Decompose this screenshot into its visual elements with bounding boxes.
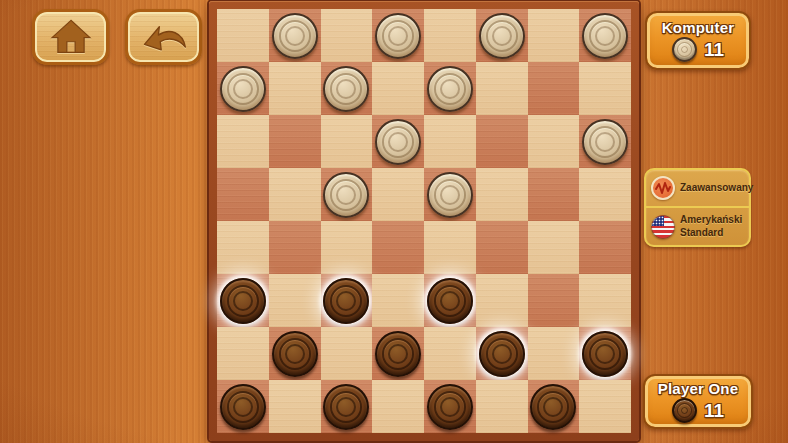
board [209,1,639,441]
cell-r2c7[interactable] [579,115,631,168]
difficulty-label: Zaawansowany [680,182,753,195]
cell-r2c2[interactable] [321,115,373,168]
cell-r4c0[interactable] [217,221,269,274]
undo-arrow-icon [138,15,190,60]
cell-r4c4[interactable] [424,221,476,274]
cell-r7c1[interactable] [269,380,321,433]
cell-r6c7[interactable] [579,327,631,380]
difficulty-pulse-icon [651,176,675,200]
game-screen: Komputer 11 Zaawansowany Amerykański Sta… [0,0,788,443]
variant-label: Amerykański Standard [680,214,744,239]
cell-r5c3[interactable] [372,274,424,327]
computer-piece-count: 11 [704,39,724,61]
white-piece[interactable] [427,172,473,218]
cell-r0c1[interactable] [269,9,321,62]
cell-r6c4[interactable] [424,327,476,380]
cell-r7c5[interactable] [476,380,528,433]
white-piece[interactable] [375,13,421,59]
cell-r6c3[interactable] [372,327,424,380]
white-piece-icon [672,37,697,62]
home-button[interactable] [32,9,109,65]
cell-r2c3[interactable] [372,115,424,168]
cell-r0c3[interactable] [372,9,424,62]
black-piece[interactable] [323,384,369,430]
cell-r3c4[interactable] [424,168,476,221]
difficulty-badge: Zaawansowany [646,170,749,206]
cell-r1c1[interactable] [269,62,321,115]
cell-r0c2[interactable] [321,9,373,62]
cell-r7c6[interactable] [528,380,580,433]
cell-r7c0[interactable] [217,380,269,433]
white-piece[interactable] [582,119,628,165]
cell-r3c6[interactable] [528,168,580,221]
white-piece[interactable] [427,66,473,112]
cell-r4c3[interactable] [372,221,424,274]
black-piece[interactable] [530,384,576,430]
cell-r7c2[interactable] [321,380,373,433]
cell-r4c5[interactable] [476,221,528,274]
cell-r2c1[interactable] [269,115,321,168]
cell-r5c6[interactable] [528,274,580,327]
white-piece[interactable] [582,13,628,59]
cell-r3c7[interactable] [579,168,631,221]
cell-r6c0[interactable] [217,327,269,380]
black-piece-highlighted[interactable] [479,331,525,377]
white-piece[interactable] [323,172,369,218]
cell-r1c6[interactable] [528,62,580,115]
black-piece[interactable] [427,384,473,430]
us-flag-icon [651,215,675,239]
cell-r3c2[interactable] [321,168,373,221]
cell-r2c6[interactable] [528,115,580,168]
player-panel: Player One 11 [643,374,753,429]
cell-r3c5[interactable] [476,168,528,221]
cell-r1c7[interactable] [579,62,631,115]
cell-r7c7[interactable] [579,380,631,433]
player-piece-count: 11 [704,400,724,422]
black-piece-highlighted[interactable] [582,331,628,377]
cell-r5c1[interactable] [269,274,321,327]
cell-r7c4[interactable] [424,380,476,433]
black-piece-highlighted[interactable] [427,278,473,324]
cell-r2c0[interactable] [217,115,269,168]
computer-name: Komputer [662,19,734,36]
cell-r4c1[interactable] [269,221,321,274]
variant-badge: Amerykański Standard [646,206,749,245]
cell-r6c1[interactable] [269,327,321,380]
cell-r0c0[interactable] [217,9,269,62]
cell-r0c7[interactable] [579,9,631,62]
cell-r1c3[interactable] [372,62,424,115]
white-piece[interactable] [272,13,318,59]
settings-badges: Zaawansowany Amerykański Standard [644,168,751,247]
cell-r6c5[interactable] [476,327,528,380]
cell-r4c6[interactable] [528,221,580,274]
black-piece-highlighted[interactable] [323,278,369,324]
player-name: Player One [658,380,738,397]
cell-r3c0[interactable] [217,168,269,221]
cell-r1c4[interactable] [424,62,476,115]
white-piece[interactable] [323,66,369,112]
cell-r5c7[interactable] [579,274,631,327]
undo-button[interactable] [125,9,202,65]
cell-r0c5[interactable] [476,9,528,62]
cell-r5c0[interactable] [217,274,269,327]
white-piece[interactable] [375,119,421,165]
white-piece[interactable] [479,13,525,59]
cell-r5c2[interactable] [321,274,373,327]
cell-r1c2[interactable] [321,62,373,115]
board-grid [217,9,631,433]
cell-r5c4[interactable] [424,274,476,327]
cell-r3c1[interactable] [269,168,321,221]
computer-panel: Komputer 11 [645,11,751,70]
cell-r5c5[interactable] [476,274,528,327]
cell-r6c2[interactable] [321,327,373,380]
cell-r4c2[interactable] [321,221,373,274]
black-piece-highlighted[interactable] [220,278,266,324]
cell-r7c3[interactable] [372,380,424,433]
black-piece[interactable] [272,331,318,377]
cell-r0c6[interactable] [528,9,580,62]
cell-r2c4[interactable] [424,115,476,168]
cell-r6c6[interactable] [528,327,580,380]
cell-r0c4[interactable] [424,9,476,62]
black-piece-icon [672,398,697,423]
black-piece[interactable] [220,384,266,430]
white-piece[interactable] [220,66,266,112]
cell-r1c5[interactable] [476,62,528,115]
cell-r2c5[interactable] [476,115,528,168]
black-piece[interactable] [375,331,421,377]
cell-r4c7[interactable] [579,221,631,274]
home-icon [48,16,94,59]
cell-r3c3[interactable] [372,168,424,221]
cell-r1c0[interactable] [217,62,269,115]
